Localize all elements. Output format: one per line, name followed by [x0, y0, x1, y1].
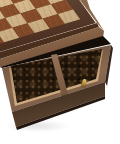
chessboard-product-photo [0, 0, 120, 144]
ground-shadow [4, 120, 70, 132]
